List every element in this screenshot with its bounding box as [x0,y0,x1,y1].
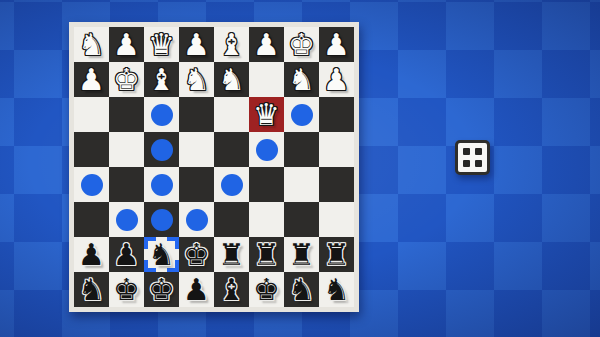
square-d1[interactable]: ♟ [179,272,214,307]
square-d8[interactable]: ♟ [179,27,214,62]
square-c2[interactable]: ♞ [144,237,179,272]
white-pawn-a7[interactable]: ♟ [78,62,105,97]
black-knight-a1[interactable]: ♞ [78,272,105,307]
square-f8[interactable]: ♟ [249,27,284,62]
square-g2[interactable]: ♜ [284,237,319,272]
square-e1[interactable]: ♝ [214,272,249,307]
square-f7[interactable] [249,62,284,97]
square-b4[interactable] [109,167,144,202]
square-f3[interactable] [249,202,284,237]
move-hint-dot[interactable] [151,104,173,126]
square-h2[interactable]: ♜ [319,237,354,272]
square-g3[interactable] [284,202,319,237]
square-a8[interactable]: ♞ [74,27,109,62]
white-knight-g7[interactable]: ♞ [288,62,315,97]
black-knight-h1[interactable]: ♞ [323,272,350,307]
square-d5[interactable] [179,132,214,167]
square-e4[interactable] [214,167,249,202]
square-g6[interactable] [284,97,319,132]
white-pawn-b8[interactable]: ♟ [113,27,140,62]
square-a4[interactable] [74,167,109,202]
white-pawn-d8[interactable]: ♟ [183,27,210,62]
move-hint-dot[interactable] [291,104,313,126]
square-h7[interactable]: ♟ [319,62,354,97]
square-e8[interactable]: ♝ [214,27,249,62]
square-b6[interactable] [109,97,144,132]
die-showing-4[interactable] [455,140,490,175]
black-pawn-d1[interactable]: ♟ [183,272,210,307]
square-b2[interactable]: ♟ [109,237,144,272]
square-g4[interactable] [284,167,319,202]
black-rook-f2[interactable]: ♜ [253,237,280,272]
square-h6[interactable] [319,97,354,132]
white-pawn-h8[interactable]: ♟ [323,27,350,62]
square-h3[interactable] [319,202,354,237]
square-g8[interactable]: ♚ [284,27,319,62]
square-f1[interactable]: ♚ [249,272,284,307]
square-c5[interactable] [144,132,179,167]
die-pip [463,160,470,167]
square-c3[interactable] [144,202,179,237]
square-b5[interactable] [109,132,144,167]
square-f4[interactable] [249,167,284,202]
black-pawn-b2[interactable]: ♟ [113,237,140,272]
square-b8[interactable]: ♟ [109,27,144,62]
white-pawn-f8[interactable]: ♟ [253,27,280,62]
white-bishop-c7[interactable]: ♝ [148,62,175,97]
board: ♞♟♛♟♝♟♚♟♟♚♝♞♞♞♟♛♟♟♞♚♜♜♜♜♞♚♚♟♝♚♞♞ [69,22,359,312]
square-a3[interactable] [74,202,109,237]
black-king-f1[interactable]: ♚ [253,272,280,307]
square-e2[interactable]: ♜ [214,237,249,272]
square-a7[interactable]: ♟ [74,62,109,97]
black-rook-g2[interactable]: ♜ [288,237,315,272]
square-e7[interactable]: ♞ [214,62,249,97]
square-c8[interactable]: ♛ [144,27,179,62]
white-pawn-h7[interactable]: ♟ [323,62,350,97]
black-bishop-e1[interactable]: ♝ [218,272,245,307]
square-d2[interactable]: ♚ [179,237,214,272]
square-c7[interactable]: ♝ [144,62,179,97]
black-rook-h2[interactable]: ♜ [323,237,350,272]
square-f2[interactable]: ♜ [249,237,284,272]
square-g7[interactable]: ♞ [284,62,319,97]
white-knight-e7[interactable]: ♞ [218,62,245,97]
die-pip [475,160,482,167]
square-h1[interactable]: ♞ [319,272,354,307]
black-knight-g1[interactable]: ♞ [288,272,315,307]
move-hint-dot[interactable] [151,139,173,161]
white-king-b7[interactable]: ♚ [113,62,140,97]
move-hint-dot[interactable] [256,139,278,161]
square-e3[interactable] [214,202,249,237]
move-hint-dot[interactable] [221,174,243,196]
square-b1[interactable]: ♚ [109,272,144,307]
black-king-c1[interactable]: ♚ [148,272,175,307]
move-hint-dot[interactable] [116,209,138,231]
white-knight-d7[interactable]: ♞ [183,62,210,97]
black-pawn-a2[interactable]: ♟ [78,237,105,272]
white-queen-c8[interactable]: ♛ [148,27,175,62]
square-a5[interactable] [74,132,109,167]
move-hint-dot[interactable] [151,174,173,196]
square-h4[interactable] [319,167,354,202]
black-king-b1[interactable]: ♚ [113,272,140,307]
black-king-d2[interactable]: ♚ [183,237,210,272]
square-h8[interactable]: ♟ [319,27,354,62]
white-bishop-e8[interactable]: ♝ [218,27,245,62]
move-hint-dot[interactable] [81,174,103,196]
die-pip [475,148,482,155]
square-g1[interactable]: ♞ [284,272,319,307]
square-c6[interactable] [144,97,179,132]
square-d3[interactable] [179,202,214,237]
square-f5[interactable] [249,132,284,167]
square-f6[interactable]: ♛ [249,97,284,132]
white-knight-a8[interactable]: ♞ [78,27,105,62]
white-king-g8[interactable]: ♚ [288,27,315,62]
square-d6[interactable] [179,97,214,132]
black-rook-e2[interactable]: ♜ [218,237,245,272]
square-c1[interactable]: ♚ [144,272,179,307]
move-hint-dot[interactable] [151,209,173,231]
square-d7[interactable]: ♞ [179,62,214,97]
die-pip [463,148,470,155]
square-d4[interactable] [179,167,214,202]
square-g5[interactable] [284,132,319,167]
square-e5[interactable] [214,132,249,167]
square-a2[interactable]: ♟ [74,237,109,272]
square-a1[interactable]: ♞ [74,272,109,307]
square-a6[interactable] [74,97,109,132]
square-e6[interactable] [214,97,249,132]
square-h5[interactable] [319,132,354,167]
square-c4[interactable] [144,167,179,202]
black-knight-c2[interactable]: ♞ [148,237,175,272]
move-hint-dot[interactable] [186,209,208,231]
square-b7[interactable]: ♚ [109,62,144,97]
square-b3[interactable] [109,202,144,237]
white-queen-f6[interactable]: ♛ [253,97,280,132]
